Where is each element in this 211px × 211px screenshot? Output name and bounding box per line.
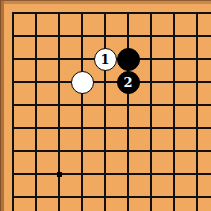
go-diagram: 12	[0, 0, 211, 211]
black-stone	[117, 48, 140, 71]
grid-line-horizontal	[12, 196, 211, 198]
star-point-marker	[57, 172, 62, 177]
white-stone	[71, 71, 94, 94]
grid-line-horizontal	[12, 104, 211, 106]
grid-line-horizontal	[12, 173, 211, 175]
grid-line-vertical	[173, 12, 175, 211]
board-border-top-inner	[0, 1, 211, 4]
board-border-left-inner	[1, 1, 4, 211]
black-stone-2: 2	[117, 71, 140, 94]
go-board: 12	[0, 0, 211, 211]
grid-line-vertical	[150, 12, 152, 211]
grid-line-horizontal	[12, 81, 211, 83]
white-stone-1: 1	[94, 48, 117, 71]
grid-line-vertical	[81, 12, 83, 211]
grid-line-horizontal	[12, 12, 211, 14]
grid-line-vertical	[104, 12, 106, 211]
grid-line-horizontal	[12, 127, 211, 129]
grid-line-vertical	[35, 12, 37, 211]
grid-line-horizontal	[12, 35, 211, 37]
grid-line-vertical	[58, 12, 60, 211]
grid-line-horizontal	[12, 150, 211, 152]
grid-line-vertical	[127, 12, 129, 211]
grid-line-vertical	[196, 12, 198, 211]
grid-line-vertical	[12, 12, 14, 211]
